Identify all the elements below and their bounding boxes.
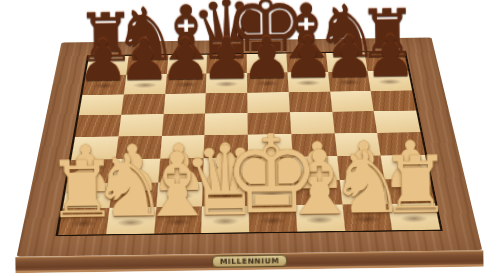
brand-plate: MILLENNIUM	[212, 254, 287, 268]
perspective-scene: ♜♞♝♛♚♝♞♜♟♟♟♟♟♟♟♟♟♟♟♟♟♟♟♟♜♞♝♛♚♝♞♜ MILLENN…	[0, 0, 500, 276]
piece-black-pawn-h7[interactable]: ♟	[364, 28, 416, 86]
chess-board: ♜♞♝♛♚♝♞♜♟♟♟♟♟♟♟♟♟♟♟♟♟♟♟♟♜♞♝♛♚♝♞♜ MILLENN…	[17, 37, 483, 256]
piece-cell-h7: ♟	[368, 71, 412, 91]
chessboard-photo: ♜♞♝♛♚♝♞♜♟♟♟♟♟♟♟♟♟♟♟♟♟♟♟♟♜♞♝♛♚♝♞♜ MILLENN…	[0, 0, 500, 276]
piece-cell-e1: ♚	[249, 205, 297, 232]
pieces-layer: ♜♞♝♛♚♝♞♜♟♟♟♟♟♟♟♟♟♟♟♟♟♟♟♟♜♞♝♛♚♝♞♜	[58, 52, 440, 235]
board-front-edge: MILLENNIUM	[15, 250, 483, 273]
piece-white-king-e1[interactable]: ♚	[223, 121, 322, 231]
board-tilt-wrapper: ♜♞♝♛♚♝♞♜♟♟♟♟♟♟♟♟♟♟♟♟♟♟♟♟♜♞♝♛♚♝♞♜ MILLENN…	[0, 0, 500, 276]
